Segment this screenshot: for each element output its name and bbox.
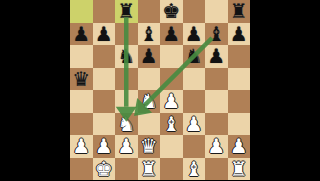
square-a3[interactable] xyxy=(70,113,93,136)
piece-black-knight[interactable]: ♞ xyxy=(117,45,135,68)
square-b7[interactable]: ♟ xyxy=(93,23,116,46)
letterbox-right xyxy=(250,0,320,180)
square-d7[interactable]: ♝ xyxy=(138,23,161,46)
square-c2[interactable]: ♟ xyxy=(115,135,138,158)
piece-black-bishop[interactable]: ♝ xyxy=(207,22,225,45)
piece-white-pawn[interactable]: ♟ xyxy=(162,90,180,113)
square-h8[interactable]: ♜ xyxy=(228,0,251,23)
square-c4[interactable] xyxy=(115,90,138,113)
square-f2[interactable] xyxy=(183,135,206,158)
square-h5[interactable] xyxy=(228,68,251,91)
square-g7[interactable]: ♝ xyxy=(205,23,228,46)
piece-white-pawn[interactable]: ♟ xyxy=(230,135,248,158)
piece-black-pawn[interactable]: ♟ xyxy=(140,45,158,68)
square-c8[interactable]: ♜ xyxy=(115,0,138,23)
square-d2[interactable]: ♛ xyxy=(138,135,161,158)
piece-white-knight[interactable]: ♞ xyxy=(140,90,158,113)
square-a4[interactable] xyxy=(70,90,93,113)
piece-black-pawn[interactable]: ♟ xyxy=(185,22,203,45)
square-h4[interactable] xyxy=(228,90,251,113)
square-h3[interactable] xyxy=(228,113,251,136)
piece-black-bishop[interactable]: ♝ xyxy=(140,22,158,45)
square-e8[interactable]: ♚ xyxy=(160,0,183,23)
piece-white-pawn[interactable]: ♟ xyxy=(72,135,90,158)
square-g6[interactable]: ♟ xyxy=(205,45,228,68)
chess-board: ♜♚♜♟♟♝♟♟♝♟♞♟♞♟♛♞♟♞♝♟♟♟♟♛♟♟♚♜♝♜ xyxy=(70,0,250,180)
square-g2[interactable]: ♟ xyxy=(205,135,228,158)
square-b8[interactable] xyxy=(93,0,116,23)
square-f1[interactable]: ♝ xyxy=(183,158,206,181)
square-g8[interactable] xyxy=(205,0,228,23)
square-c1[interactable] xyxy=(115,158,138,181)
square-d6[interactable]: ♟ xyxy=(138,45,161,68)
square-e3[interactable]: ♝ xyxy=(160,113,183,136)
piece-black-pawn[interactable]: ♟ xyxy=(162,22,180,45)
piece-black-pawn[interactable]: ♟ xyxy=(207,45,225,68)
piece-black-rook[interactable]: ♜ xyxy=(230,0,248,22)
square-g4[interactable] xyxy=(205,90,228,113)
square-f4[interactable] xyxy=(183,90,206,113)
piece-black-knight[interactable]: ♞ xyxy=(185,45,203,68)
piece-white-pawn[interactable]: ♟ xyxy=(207,135,225,158)
square-d4[interactable]: ♞ xyxy=(138,90,161,113)
square-f7[interactable]: ♟ xyxy=(183,23,206,46)
square-e5[interactable] xyxy=(160,68,183,91)
square-a6[interactable] xyxy=(70,45,93,68)
letterbox-left xyxy=(0,0,70,180)
piece-white-pawn[interactable]: ♟ xyxy=(117,135,135,158)
square-h7[interactable]: ♟ xyxy=(228,23,251,46)
square-b1[interactable]: ♚ xyxy=(93,158,116,181)
square-e1[interactable] xyxy=(160,158,183,181)
square-e6[interactable] xyxy=(160,45,183,68)
square-g3[interactable] xyxy=(205,113,228,136)
square-d8[interactable] xyxy=(138,0,161,23)
square-d1[interactable]: ♜ xyxy=(138,158,161,181)
square-a5[interactable]: ♛ xyxy=(70,68,93,91)
square-h1[interactable]: ♜ xyxy=(228,158,251,181)
square-f6[interactable]: ♞ xyxy=(183,45,206,68)
square-h6[interactable] xyxy=(228,45,251,68)
square-a7[interactable]: ♟ xyxy=(70,23,93,46)
piece-white-rook[interactable]: ♜ xyxy=(140,157,158,180)
square-b4[interactable] xyxy=(93,90,116,113)
video-frame: ♜♚♜♟♟♝♟♟♝♟♞♟♞♟♛♞♟♞♝♟♟♟♟♛♟♟♚♜♝♜ xyxy=(0,0,320,180)
piece-white-knight[interactable]: ♞ xyxy=(117,112,135,135)
piece-white-queen[interactable]: ♛ xyxy=(140,135,158,158)
square-b6[interactable] xyxy=(93,45,116,68)
square-c5[interactable] xyxy=(115,68,138,91)
square-a2[interactable]: ♟ xyxy=(70,135,93,158)
square-f8[interactable] xyxy=(183,0,206,23)
square-b3[interactable] xyxy=(93,113,116,136)
square-c7[interactable] xyxy=(115,23,138,46)
square-e2[interactable] xyxy=(160,135,183,158)
piece-white-rook[interactable]: ♜ xyxy=(230,157,248,180)
square-e7[interactable]: ♟ xyxy=(160,23,183,46)
square-a8[interactable] xyxy=(70,0,93,23)
piece-white-bishop[interactable]: ♝ xyxy=(162,112,180,135)
square-b2[interactable]: ♟ xyxy=(93,135,116,158)
square-g1[interactable] xyxy=(205,158,228,181)
piece-white-pawn[interactable]: ♟ xyxy=(95,135,113,158)
piece-white-bishop[interactable]: ♝ xyxy=(185,157,203,180)
piece-black-pawn[interactable]: ♟ xyxy=(230,22,248,45)
square-f5[interactable] xyxy=(183,68,206,91)
square-c6[interactable]: ♞ xyxy=(115,45,138,68)
square-g5[interactable] xyxy=(205,68,228,91)
piece-white-pawn[interactable]: ♟ xyxy=(185,112,203,135)
piece-black-pawn[interactable]: ♟ xyxy=(72,22,90,45)
square-a1[interactable] xyxy=(70,158,93,181)
piece-black-pawn[interactable]: ♟ xyxy=(95,22,113,45)
square-d3[interactable] xyxy=(138,113,161,136)
square-h2[interactable]: ♟ xyxy=(228,135,251,158)
square-f3[interactable]: ♟ xyxy=(183,113,206,136)
piece-black-queen[interactable]: ♛ xyxy=(72,67,90,90)
piece-black-rook[interactable]: ♜ xyxy=(117,0,135,22)
square-e4[interactable]: ♟ xyxy=(160,90,183,113)
square-d5[interactable] xyxy=(138,68,161,91)
square-c3[interactable]: ♞ xyxy=(115,113,138,136)
piece-black-king[interactable]: ♚ xyxy=(162,0,180,22)
square-b5[interactable] xyxy=(93,68,116,91)
piece-white-king[interactable]: ♚ xyxy=(95,157,113,180)
